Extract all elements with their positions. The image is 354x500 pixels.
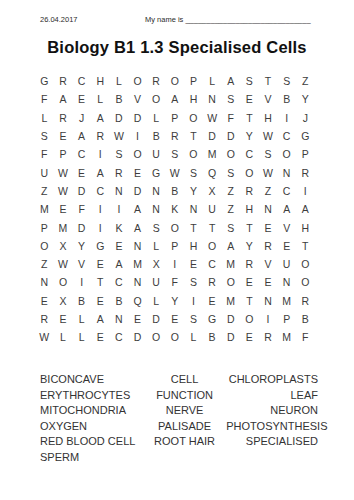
grid-cell: P (165, 109, 184, 127)
grid-cell: B (203, 328, 222, 346)
grid-cell: O (184, 145, 203, 163)
grid-cell: D (128, 328, 147, 346)
grid-cell: Q (128, 292, 147, 310)
grid-cell: R (110, 163, 129, 181)
grid-cell: W (259, 163, 278, 181)
grid-cell: C (72, 72, 91, 90)
grid-cell: J (296, 109, 315, 127)
grid-cell: V (259, 90, 278, 108)
grid-cell: S (221, 218, 240, 236)
grid-cell: O (165, 328, 184, 346)
grid-cell: B (165, 182, 184, 200)
grid-cell: I (110, 200, 129, 218)
grid-cell: E (54, 200, 73, 218)
grid-cell: M (221, 255, 240, 273)
grid-cell: T (259, 72, 278, 90)
grid-cell: W (54, 182, 73, 200)
grid-cell: S (277, 72, 296, 90)
grid-cell: P (296, 145, 315, 163)
grid-cell: A (91, 163, 110, 181)
grid-cell: E (91, 292, 110, 310)
grid-cell: A (165, 90, 184, 108)
grid-cell: O (296, 273, 315, 291)
grid-cell: S (184, 273, 203, 291)
grid-cell: N (147, 200, 166, 218)
grid-cell: A (221, 237, 240, 255)
grid-cell: O (147, 90, 166, 108)
grid-cell: S (110, 145, 129, 163)
grid-cell: S (147, 218, 166, 236)
grid-cell: C (277, 182, 296, 200)
grid-cell: S (240, 72, 259, 90)
grid-cell: L (35, 109, 54, 127)
grid-cell: X (54, 292, 73, 310)
grid-cell: N (128, 273, 147, 291)
grid-cell: V (277, 218, 296, 236)
word-list: BICONCAVECELLCHLOROPLASTSERYTHROCYTESFUN… (40, 372, 318, 466)
grid-cell: K (165, 200, 184, 218)
word-list-item: BICONCAVE (40, 372, 143, 388)
name-blank-line: ______________________________ (185, 15, 310, 24)
grid-cell: W (203, 109, 222, 127)
grid-cell: R (296, 163, 315, 181)
grid-cell: W (259, 127, 278, 145)
grid-cell: O (184, 109, 203, 127)
grid-cell: T (203, 218, 222, 236)
grid-cell: D (147, 310, 166, 328)
grid-cell: I (91, 218, 110, 236)
grid-cell: C (240, 145, 259, 163)
grid-cell: A (277, 200, 296, 218)
grid-cell: R (91, 127, 110, 145)
grid-cell: T (91, 273, 110, 291)
page-title: Biology B1 1.3 Specialised Cells (0, 38, 354, 57)
grid-cell: Y (240, 127, 259, 145)
grid-cell: M (221, 292, 240, 310)
word-list-item: NERVE (143, 403, 226, 419)
grid-cell: W (165, 163, 184, 181)
grid-cell: R (296, 292, 315, 310)
grid-cell: G (35, 72, 54, 90)
grid-cell: A (54, 90, 73, 108)
grid-cell: O (35, 237, 54, 255)
grid-cell: V (128, 90, 147, 108)
grid-cell: R (240, 255, 259, 273)
grid-cell: E (277, 237, 296, 255)
grid-cell: N (147, 182, 166, 200)
word-list-item: RED BLOOD CELL (40, 434, 143, 450)
grid-cell: D (72, 182, 91, 200)
grid-cell: I (184, 292, 203, 310)
grid-cell: Z (296, 72, 315, 90)
grid-cell: R (259, 237, 278, 255)
grid-cell: E (259, 218, 278, 236)
grid-cell: K (110, 218, 129, 236)
word-list-item: SPERM (40, 450, 143, 466)
grid-cell: O (221, 145, 240, 163)
grid-cell: I (296, 182, 315, 200)
grid-cell: M (35, 200, 54, 218)
grid-cell: Y (184, 182, 203, 200)
grid-cell: N (128, 237, 147, 255)
grid-cell: X (147, 255, 166, 273)
grid-cell: R (35, 310, 54, 328)
grid-cell: W (54, 163, 73, 181)
grid-cell: R (54, 72, 73, 90)
grid-cell: A (128, 218, 147, 236)
grid-cell: X (203, 182, 222, 200)
word-list-item: PHOTOSYNTHESIS (226, 419, 318, 435)
grid-cell: Y (165, 292, 184, 310)
grid-cell: I (91, 145, 110, 163)
grid-cell: S (35, 127, 54, 145)
grid-cell: Y (240, 237, 259, 255)
grid-cell: D (110, 109, 129, 127)
grid-cell: S (221, 90, 240, 108)
grid-cell: C (110, 328, 129, 346)
grid-cell: A (91, 310, 110, 328)
worksheet-page: 26.04.2017 My name is __________________… (0, 0, 354, 500)
grid-cell: B (277, 90, 296, 108)
grid-cell: H (184, 237, 203, 255)
grid-cell: N (184, 200, 203, 218)
grid-cell: E (54, 310, 73, 328)
grid-cell: S (221, 163, 240, 181)
grid-cell: D (72, 218, 91, 236)
grid-cell: N (110, 310, 129, 328)
grid-cell: L (54, 328, 73, 346)
grid-cell: Z (35, 255, 54, 273)
grid-cell: P (277, 310, 296, 328)
grid-cell: L (72, 328, 91, 346)
word-search-grid: GRCHLOROPLASTSZFAELBVOAHNSEVBYLRJADDLPOW… (35, 72, 315, 346)
grid-cell: N (110, 182, 129, 200)
grid-cell: R (147, 72, 166, 90)
grid-cell: E (259, 273, 278, 291)
grid-cell: G (296, 127, 315, 145)
grid-cell: B (296, 310, 315, 328)
grid-cell: N (277, 163, 296, 181)
grid-cell: O (221, 273, 240, 291)
word-list-item: ERYTHROCYTES (40, 388, 143, 404)
grid-cell: T (240, 292, 259, 310)
grid-cell: Y (72, 237, 91, 255)
grid-cell: O (277, 145, 296, 163)
name-label: My name is (145, 15, 183, 24)
grid-cell: P (165, 237, 184, 255)
word-list-item: OXYGEN (40, 419, 143, 435)
word-list-item: ROOT HAIR (143, 434, 226, 450)
grid-cell: D (128, 182, 147, 200)
grid-cell: N (277, 273, 296, 291)
grid-cell: O (128, 72, 147, 90)
grid-cell: L (203, 72, 222, 90)
grid-cell: Y (296, 90, 315, 108)
grid-cell: D (128, 109, 147, 127)
grid-cell: F (165, 273, 184, 291)
grid-cell: A (221, 72, 240, 90)
grid-cell: A (72, 127, 91, 145)
grid-cell: M (277, 328, 296, 346)
grid-cell: O (128, 145, 147, 163)
grid-cell: E (91, 255, 110, 273)
word-list-item: MITOCHONDRIA (40, 403, 143, 419)
grid-cell: T (184, 127, 203, 145)
grid-cell: S (184, 163, 203, 181)
grid-cell: B (72, 292, 91, 310)
grid-cell: I (165, 255, 184, 273)
grid-cell: I (91, 200, 110, 218)
grid-cell: O (296, 255, 315, 273)
grid-cell: U (35, 163, 54, 181)
grid-cell: G (91, 237, 110, 255)
grid-cell: L (110, 72, 129, 90)
grid-cell: Z (221, 182, 240, 200)
grid-cell: B (110, 292, 129, 310)
word-list-item: LEAF (226, 388, 318, 404)
grid-cell: E (184, 255, 203, 273)
grid-cell: I (128, 127, 147, 145)
grid-cell: A (296, 200, 315, 218)
grid-cell: B (147, 127, 166, 145)
grid-cell: O (165, 218, 184, 236)
word-list-empty (143, 450, 226, 466)
grid-cell: O (165, 72, 184, 90)
grid-cell: C (110, 273, 129, 291)
grid-cell: F (72, 200, 91, 218)
grid-cell: L (147, 292, 166, 310)
name-field: My name is _____________________________… (145, 15, 311, 24)
grid-cell: F (221, 109, 240, 127)
word-list-item: SPECIALISED (226, 434, 318, 450)
grid-cell: R (54, 109, 73, 127)
grid-cell: F (35, 145, 54, 163)
grid-cell: A (110, 255, 129, 273)
grid-cell: E (72, 163, 91, 181)
grid-cell: H (184, 90, 203, 108)
grid-cell: P (35, 218, 54, 236)
grid-cell: E (72, 90, 91, 108)
grid-cell: H (259, 109, 278, 127)
grid-cell: H (240, 200, 259, 218)
grid-cell: Z (221, 200, 240, 218)
grid-cell: C (203, 255, 222, 273)
grid-cell: P (184, 72, 203, 90)
grid-cell: O (240, 310, 259, 328)
grid-cell: L (147, 109, 166, 127)
grid-cell: E (54, 127, 73, 145)
grid-cell: D (203, 127, 222, 145)
grid-cell: F (296, 328, 315, 346)
grid-cell: N (259, 200, 278, 218)
grid-cell: U (277, 255, 296, 273)
grid-cell: O (240, 163, 259, 181)
grid-cell: A (128, 200, 147, 218)
grid-cell: V (72, 255, 91, 273)
grid-cell: W (35, 328, 54, 346)
grid-cell: R (165, 127, 184, 145)
grid-cell: G (147, 163, 166, 181)
grid-cell: W (110, 127, 129, 145)
grid-cell: P (54, 145, 73, 163)
grid-cell: T (296, 237, 315, 255)
grid-cell: M (54, 218, 73, 236)
word-list-item: PALISADE (143, 419, 226, 435)
grid-cell: T (240, 218, 259, 236)
grid-cell: X (54, 237, 73, 255)
grid-cell: C (72, 145, 91, 163)
word-list-item: CHLOROPLASTS (226, 372, 318, 388)
grid-cell: M (277, 292, 296, 310)
grid-cell: S (184, 310, 203, 328)
grid-cell: T (240, 109, 259, 127)
grid-cell: Z (35, 182, 54, 200)
grid-cell: N (203, 90, 222, 108)
grid-cell: G (203, 310, 222, 328)
grid-cell: N (259, 292, 278, 310)
grid-cell: U (203, 200, 222, 218)
grid-cell: S (165, 145, 184, 163)
grid-cell: D (221, 310, 240, 328)
grid-cell: H (91, 72, 110, 90)
grid-cell: T (184, 218, 203, 236)
grid-cell: M (128, 255, 147, 273)
grid-cell: J (72, 109, 91, 127)
grid-cell: E (110, 237, 129, 255)
grid-cell: E (165, 310, 184, 328)
grid-cell: E (203, 292, 222, 310)
grid-cell: I (277, 109, 296, 127)
grid-cell: L (91, 90, 110, 108)
grid-cell: R (240, 182, 259, 200)
grid-cell: U (147, 145, 166, 163)
grid-cell: Z (259, 182, 278, 200)
grid-cell: S (259, 145, 278, 163)
grid-cell: D (221, 328, 240, 346)
grid-cell: E (240, 328, 259, 346)
grid-cell: E (240, 273, 259, 291)
grid-cell: V (259, 255, 278, 273)
grid-cell: H (296, 218, 315, 236)
grid-cell: B (110, 90, 129, 108)
grid-cell: Q (203, 163, 222, 181)
grid-cell: N (35, 273, 54, 291)
word-list-item: FUNCTION (143, 388, 226, 404)
grid-cell: L (184, 328, 203, 346)
grid-cell: I (259, 310, 278, 328)
grid-cell: E (91, 328, 110, 346)
word-list-item: NEURON (226, 403, 318, 419)
grid-cell: M (203, 145, 222, 163)
grid-cell: R (259, 328, 278, 346)
grid-cell: F (35, 90, 54, 108)
grid-cell: I (72, 273, 91, 291)
grid-cell: E (128, 163, 147, 181)
date-label: 26.04.2017 (40, 15, 78, 24)
grid-cell: O (54, 273, 73, 291)
grid-cell: E (35, 292, 54, 310)
grid-cell: C (277, 127, 296, 145)
word-list-item: CELL (143, 372, 226, 388)
word-list-empty (226, 450, 318, 466)
grid-cell: R (203, 273, 222, 291)
grid-cell: D (221, 127, 240, 145)
grid-cell: U (147, 273, 166, 291)
grid-cell: O (203, 237, 222, 255)
grid-cell: E (240, 90, 259, 108)
grid-cell: E (128, 310, 147, 328)
grid-cell: L (147, 237, 166, 255)
grid-cell: A (91, 109, 110, 127)
grid-cell: L (72, 310, 91, 328)
grid-cell: W (54, 255, 73, 273)
grid-cell: C (91, 182, 110, 200)
grid-cell: O (147, 328, 166, 346)
